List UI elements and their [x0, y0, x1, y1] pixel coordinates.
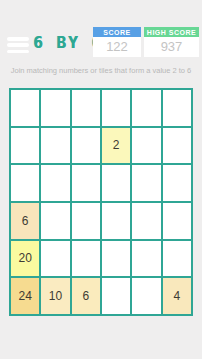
cell-r1c1 [11, 90, 39, 126]
score-value: 122 [93, 37, 141, 57]
hamburger-menu-icon[interactable] [7, 37, 29, 53]
cell-r2c6 [163, 128, 191, 164]
tile-6-r4c1: 6 [11, 203, 39, 239]
tile-24-r6c1: 24 [11, 278, 39, 314]
hamburger-bar [7, 43, 29, 47]
hamburger-bar [7, 50, 29, 54]
tile-10-r6c2: 10 [41, 278, 69, 314]
cell-r2c5 [132, 128, 160, 164]
cell-r3c4 [102, 165, 130, 201]
cell-r5c4 [102, 241, 130, 277]
cell-r3c2 [41, 165, 69, 201]
cell-r3c3 [72, 165, 100, 201]
cell-r5c5 [132, 241, 160, 277]
cell-r4c6 [163, 203, 191, 239]
tile-2-r2c4: 2 [102, 128, 130, 164]
cell-r1c3 [72, 90, 100, 126]
high-score-box: HIGH SCORE 937 [144, 27, 199, 57]
cell-r3c6 [163, 165, 191, 201]
cell-r4c3 [72, 203, 100, 239]
instructions-text: Join matching numbers or tiles that form… [0, 66, 202, 75]
cell-r1c6 [163, 90, 191, 126]
cell-r5c3 [72, 241, 100, 277]
game-board[interactable]: 2620241064 [9, 88, 193, 316]
cell-r4c2 [41, 203, 69, 239]
cell-r1c2 [41, 90, 69, 126]
cell-r4c5 [132, 203, 160, 239]
score-label: SCORE [93, 27, 141, 37]
cell-r2c1 [11, 128, 39, 164]
high-score-label: HIGH SCORE [144, 27, 199, 37]
cell-r2c3 [72, 128, 100, 164]
cell-r5c6 [163, 241, 191, 277]
tile-4-r6c6: 4 [163, 278, 191, 314]
cell-r3c1 [11, 165, 39, 201]
tile-20-r5c1: 20 [11, 241, 39, 277]
cell-r1c5 [132, 90, 160, 126]
cell-r5c2 [41, 241, 69, 277]
tile-6-r6c3: 6 [72, 278, 100, 314]
cell-r6c5 [132, 278, 160, 314]
score-box: SCORE 122 [93, 27, 141, 57]
high-score-value: 937 [144, 37, 199, 57]
cell-r3c5 [132, 165, 160, 201]
cell-r4c4 [102, 203, 130, 239]
cell-r2c2 [41, 128, 69, 164]
cell-r6c4 [102, 278, 130, 314]
cell-r1c4 [102, 90, 130, 126]
hamburger-bar [7, 37, 29, 41]
